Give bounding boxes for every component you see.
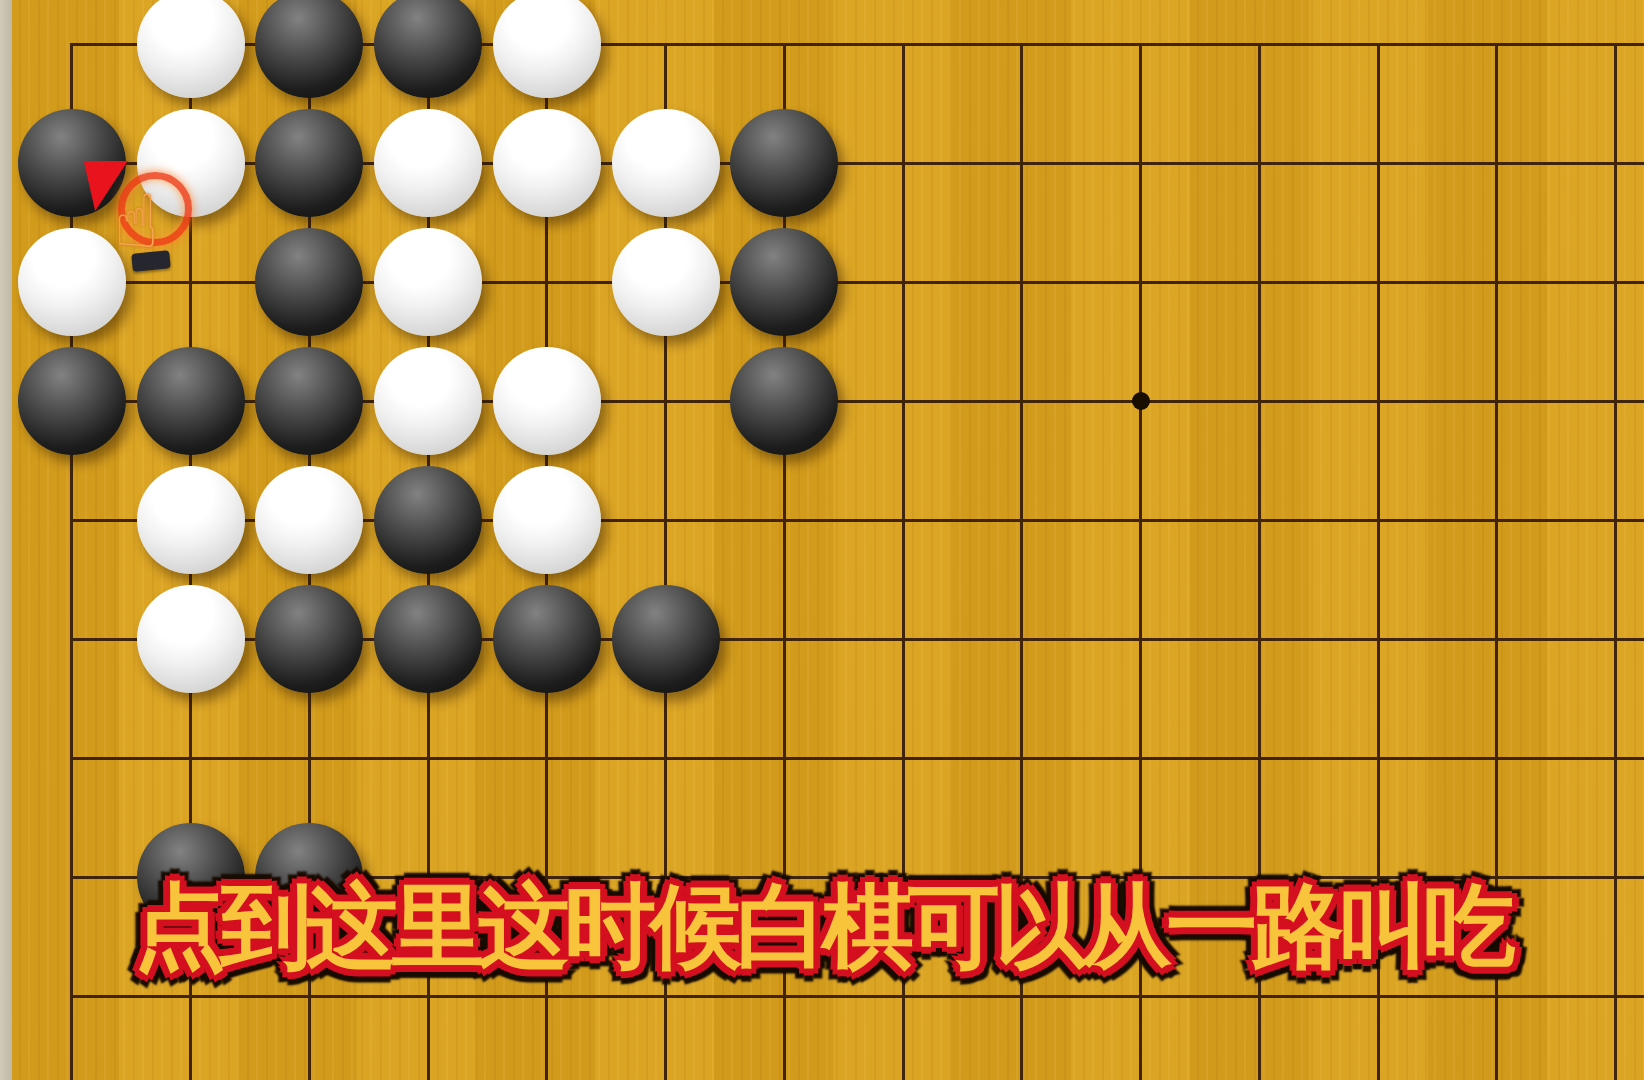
black-stone[interactable] xyxy=(730,228,838,336)
white-stone[interactable] xyxy=(493,466,601,574)
black-stone[interactable] xyxy=(730,347,838,455)
black-stone[interactable] xyxy=(255,228,363,336)
go-board-video-frame: ☝ 点到这里这时候白棋可以从一路叫吃 xyxy=(0,0,1644,1080)
black-stone[interactable] xyxy=(137,347,245,455)
black-stone[interactable] xyxy=(374,466,482,574)
black-stone[interactable] xyxy=(255,109,363,217)
pointer-hand: ☝ xyxy=(110,168,200,278)
white-stone[interactable] xyxy=(612,109,720,217)
hand-sleeve xyxy=(131,250,171,272)
black-stone[interactable] xyxy=(255,0,363,98)
white-stone[interactable] xyxy=(493,109,601,217)
black-stone[interactable] xyxy=(374,0,482,98)
black-stone[interactable] xyxy=(18,347,126,455)
pointing-up-hand-icon: ☝ xyxy=(114,184,159,258)
white-stone[interactable] xyxy=(493,347,601,455)
white-stone[interactable] xyxy=(137,585,245,693)
black-stone[interactable] xyxy=(730,109,838,217)
star-point xyxy=(1132,392,1150,410)
white-stone[interactable] xyxy=(374,109,482,217)
white-stone[interactable] xyxy=(612,228,720,336)
white-stone[interactable] xyxy=(374,347,482,455)
white-stone[interactable] xyxy=(255,466,363,574)
black-stone[interactable] xyxy=(255,585,363,693)
black-stone[interactable] xyxy=(374,585,482,693)
black-stone[interactable] xyxy=(255,347,363,455)
grid-line-horizontal xyxy=(70,757,1644,760)
white-stone[interactable] xyxy=(374,228,482,336)
white-stone[interactable] xyxy=(493,0,601,98)
white-stone[interactable] xyxy=(137,466,245,574)
black-stone[interactable] xyxy=(493,585,601,693)
black-stone[interactable] xyxy=(612,585,720,693)
video-subtitle: 点到这里这时候白棋可以从一路叫吃 xyxy=(0,846,1644,1006)
white-stone[interactable] xyxy=(137,0,245,98)
